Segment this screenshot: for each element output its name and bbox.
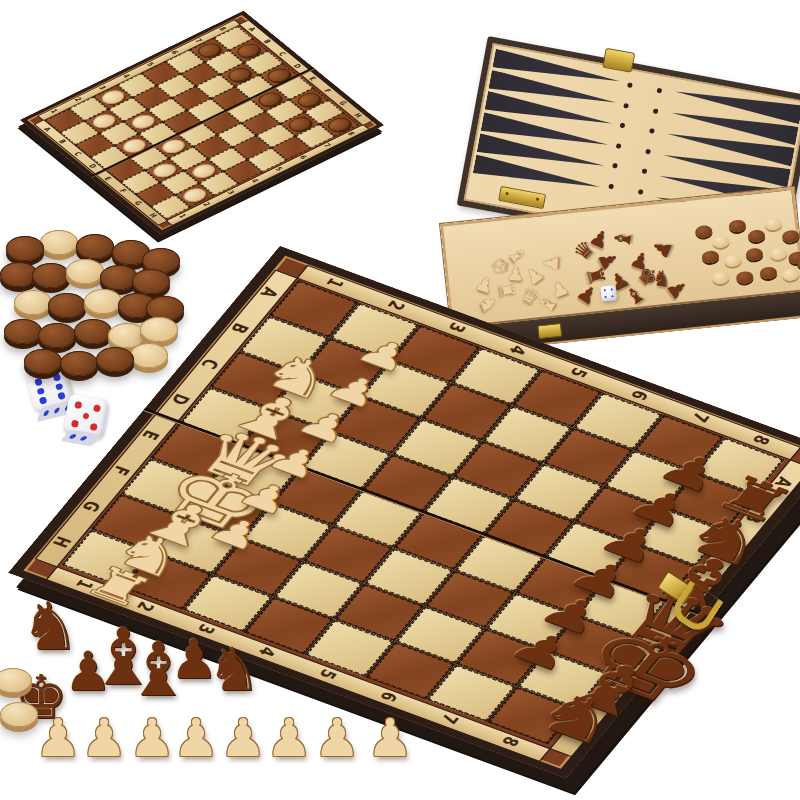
- light-checker-disc: [14, 290, 52, 315]
- black-knight-off-board[interactable]: ♞: [207, 639, 261, 699]
- brass-pin-dot: [623, 102, 629, 108]
- folded-checkers-board: 11AA22BB33CC44DD55EE66FF77GG88HH: [20, 11, 384, 235]
- die-pip: [39, 397, 47, 405]
- die-pip: [604, 296, 607, 299]
- dark-checker-disc: [6, 236, 44, 261]
- die-pip: [71, 420, 78, 427]
- die-pip: [55, 383, 63, 391]
- light-checker-disc: [0, 702, 38, 727]
- white-pawn-stored: ♟: [506, 263, 525, 284]
- product-photo-scene: 11AA22BB33CC44DD55EE66FF77GG88HH ♚♟♝♟♜♟♛…: [0, 0, 800, 800]
- brass-pin-dot: [645, 148, 651, 154]
- dark-checker-disc: [60, 351, 98, 376]
- light-checker-disc-stored: [764, 217, 782, 231]
- white-pawn-off-board[interactable]: ♟: [266, 712, 313, 764]
- brass-pin-dot: [642, 168, 648, 174]
- dark-checker-disc-stored: [747, 229, 765, 243]
- die-pip: [68, 434, 77, 439]
- dark-checker-disc-stored: [701, 250, 719, 264]
- brass-latch: [537, 323, 562, 339]
- white-pawn-stored: ♟: [540, 254, 561, 273]
- white-pawn-off-board[interactable]: ♟: [81, 712, 128, 764]
- dark-checker-disc-stored: [782, 230, 800, 244]
- dark-checker-disc-stored: [759, 266, 777, 280]
- white-pawn-off-board[interactable]: ♟: [367, 712, 414, 764]
- die-pip: [93, 404, 100, 411]
- light-checker-disc-stored: [769, 247, 787, 261]
- small-die: [600, 285, 616, 301]
- dark-checker-disc: [132, 269, 170, 294]
- dark-checker-disc: [38, 323, 76, 348]
- dark-checker-disc-stored: [736, 271, 754, 285]
- die-pip: [603, 289, 606, 292]
- dark-checker-disc: [96, 347, 134, 372]
- brass-pin-dot: [656, 88, 662, 94]
- light-checker-disc: [84, 289, 122, 314]
- dark-checker-disc: [32, 263, 70, 288]
- black-pawn-stored: ♟: [649, 235, 677, 262]
- light-checker-disc-stored: [724, 254, 742, 268]
- die-pip: [611, 295, 614, 298]
- die-pip: [74, 401, 81, 408]
- brass-pin-dot: [608, 183, 614, 189]
- brass-pin-dot: [649, 128, 655, 134]
- light-checker-disc: [66, 259, 104, 284]
- light-checker-disc-stored: [782, 268, 800, 282]
- dark-checker-disc-stored: [745, 247, 763, 261]
- die-pip: [611, 288, 614, 291]
- die-pip: [43, 410, 50, 417]
- dark-checker-disc: [4, 319, 42, 344]
- light-checker-disc: [130, 343, 168, 368]
- die-pip: [90, 423, 97, 430]
- dark-checker-disc-stored: [728, 219, 746, 233]
- brass-pin-dot: [616, 143, 622, 149]
- die-pip: [53, 373, 61, 381]
- white-pawn-off-board[interactable]: ♟: [35, 712, 82, 764]
- dark-checker-disc-stored: [695, 225, 713, 239]
- die: [63, 393, 109, 439]
- white-pawn-off-board[interactable]: ♟: [129, 712, 176, 764]
- white-pawn-off-board[interactable]: ♟: [173, 712, 220, 764]
- die-pip: [82, 412, 89, 419]
- light-checker-disc-stored: [712, 235, 730, 249]
- brass-pin-dot: [638, 189, 644, 195]
- brass-pin-dot: [612, 163, 618, 169]
- die-pip: [58, 392, 66, 400]
- die-pip: [79, 436, 88, 441]
- white-pawn-off-board[interactable]: ♟: [314, 712, 361, 764]
- die-pip: [54, 407, 61, 414]
- light-checker-disc: [40, 230, 78, 255]
- light-checker-disc: [140, 317, 178, 342]
- black-bishop-stored: ♝: [611, 227, 636, 250]
- die-pip: [34, 378, 42, 386]
- brass-pin-dot: [620, 123, 626, 129]
- die-front-face: [60, 430, 102, 447]
- light-checker-disc-stored: [712, 271, 730, 285]
- brass-pin-dot: [653, 108, 659, 114]
- die-pip: [37, 387, 45, 395]
- dark-checker-disc: [24, 349, 62, 374]
- dark-checker-disc: [48, 293, 86, 318]
- dark-checker-disc: [74, 319, 112, 344]
- white-pawn-off-board[interactable]: ♟: [220, 712, 267, 764]
- dark-checker-disc: [76, 234, 114, 259]
- brass-pin-dot: [627, 82, 633, 88]
